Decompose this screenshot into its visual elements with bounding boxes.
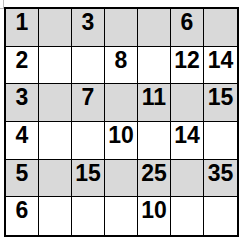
grid-cell-empty[interactable]: [138, 47, 171, 85]
grid-cell-given: 2: [6, 47, 39, 85]
grid-cell-given: 1: [6, 9, 39, 47]
grid-cell-given: 10: [105, 122, 138, 160]
grid-cell-empty[interactable]: [39, 160, 72, 198]
grid-cell-given: 5: [6, 160, 39, 198]
grid-cell-empty[interactable]: [39, 9, 72, 47]
grid-cell-given: 15: [72, 160, 105, 198]
grid-cell-given: 3: [6, 84, 39, 122]
grid-cell-empty[interactable]: [171, 160, 204, 198]
grid-cell-empty[interactable]: [105, 84, 138, 122]
grid-cell-given: 25: [138, 160, 171, 198]
puzzle-grid: 136281214371115410145152535610: [4, 7, 239, 237]
grid-cell-empty[interactable]: [72, 197, 105, 235]
grid-cell-given: 14: [204, 47, 237, 85]
grid-cell-empty[interactable]: [204, 9, 237, 47]
grid-cell-given: 15: [204, 84, 237, 122]
grid-cell-given: 4: [6, 122, 39, 160]
grid-cell-empty[interactable]: [204, 122, 237, 160]
grid-cell-given: 6: [6, 197, 39, 235]
grid-cell-given: 35: [204, 160, 237, 198]
grid-cell-empty[interactable]: [171, 197, 204, 235]
screenshot-canvas: 136281214371115410145152535610: [0, 0, 244, 241]
grid-cell-given: 12: [171, 47, 204, 85]
grid-cell-given: 6: [171, 9, 204, 47]
grid-cell-empty[interactable]: [39, 84, 72, 122]
grid-cell-given: 11: [138, 84, 171, 122]
grid-cell-empty[interactable]: [171, 84, 204, 122]
grid-cell-empty[interactable]: [138, 9, 171, 47]
grid-cell-empty[interactable]: [39, 197, 72, 235]
grid-cell-empty[interactable]: [72, 47, 105, 85]
grid-cell-empty[interactable]: [138, 122, 171, 160]
grid-cell-given: 14: [171, 122, 204, 160]
grid-cell-given: 8: [105, 47, 138, 85]
grid-cell-empty[interactable]: [39, 47, 72, 85]
grid-cell-empty[interactable]: [204, 197, 237, 235]
grid-cell-given: 3: [72, 9, 105, 47]
grid-cell-empty[interactable]: [105, 160, 138, 198]
grid-cell-given: 7: [72, 84, 105, 122]
grid-cell-empty[interactable]: [105, 197, 138, 235]
grid-cell-empty[interactable]: [72, 122, 105, 160]
grid-cell-empty[interactable]: [39, 122, 72, 160]
grid-cell-given: 10: [138, 197, 171, 235]
grid-cell-empty[interactable]: [105, 9, 138, 47]
